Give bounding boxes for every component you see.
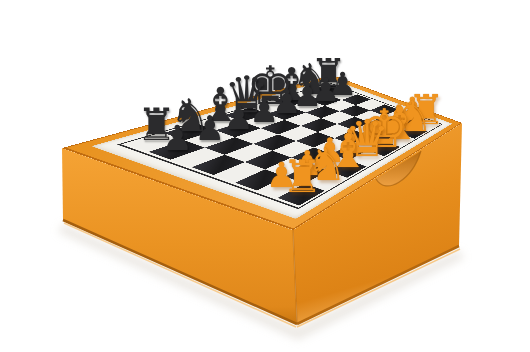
chess-box-photo: ♜♞♝♛♚♝♞♜♟♟♟♟♟♟♟♟♟♟♟♟♟♟♟♟♜♞♝♛♚♝♞♜ (0, 0, 530, 352)
